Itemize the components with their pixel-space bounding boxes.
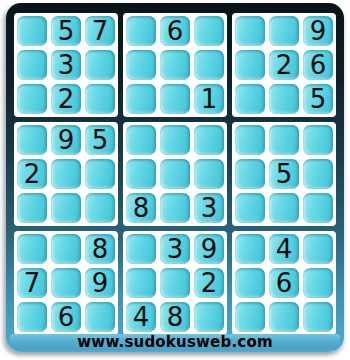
given-digit: 8 <box>133 193 150 223</box>
cell-r2c6[interactable] <box>194 50 224 80</box>
cell-r7c9[interactable] <box>303 234 333 264</box>
cell-r3c2[interactable]: 2 <box>51 84 81 114</box>
cell-r9c6[interactable] <box>194 302 224 332</box>
cell-r7c3[interactable]: 8 <box>85 234 115 264</box>
cell-r9c5[interactable]: 8 <box>160 302 190 332</box>
given-digit: 9 <box>92 268 109 298</box>
cell-r6c7[interactable] <box>235 193 265 223</box>
given-digit: 5 <box>310 84 327 114</box>
cell-r4c7[interactable] <box>235 125 265 155</box>
cell-r9c3[interactable] <box>85 302 115 332</box>
given-digit: 4 <box>276 234 293 264</box>
given-digit: 9 <box>310 16 327 46</box>
cell-r8c7[interactable] <box>235 268 265 298</box>
cell-r3c8[interactable] <box>269 84 299 114</box>
cell-r1c9[interactable]: 9 <box>303 16 333 46</box>
cell-r1c6[interactable] <box>194 16 224 46</box>
given-digit: 5 <box>58 16 75 46</box>
cell-r7c1[interactable] <box>17 234 47 264</box>
cell-r8c5[interactable] <box>160 268 190 298</box>
cell-r1c4[interactable] <box>126 16 156 46</box>
cell-r2c5[interactable] <box>160 50 190 80</box>
given-digit: 4 <box>133 302 150 332</box>
cell-r1c8[interactable] <box>269 16 299 46</box>
given-digit: 2 <box>24 159 41 189</box>
cell-r5c4[interactable] <box>126 159 156 189</box>
given-digit: 8 <box>92 234 109 264</box>
cell-r8c9[interactable] <box>303 268 333 298</box>
cell-r6c1[interactable] <box>17 193 47 223</box>
cell-r8c6[interactable]: 2 <box>194 268 224 298</box>
box-r2c2: 83 <box>123 122 227 226</box>
box-r3c1: 8796 <box>14 231 118 335</box>
cell-r5c3[interactable] <box>85 159 115 189</box>
cell-r9c7[interactable] <box>235 302 265 332</box>
box-r3c2: 39248 <box>123 231 227 335</box>
cell-r7c4[interactable] <box>126 234 156 264</box>
box-r1c2: 61 <box>123 13 227 117</box>
cell-r6c9[interactable] <box>303 193 333 223</box>
cell-r1c5[interactable]: 6 <box>160 16 190 46</box>
cell-r3c1[interactable] <box>17 84 47 114</box>
cell-r7c5[interactable]: 3 <box>160 234 190 264</box>
box-r2c3: 5 <box>232 122 336 226</box>
box-r2c1: 952 <box>14 122 118 226</box>
given-digit: 8 <box>167 302 184 332</box>
cell-r1c3[interactable]: 7 <box>85 16 115 46</box>
cell-r4c2[interactable]: 9 <box>51 125 81 155</box>
cell-r6c2[interactable] <box>51 193 81 223</box>
cell-r3c7[interactable] <box>235 84 265 114</box>
cell-r5c8[interactable]: 5 <box>269 159 299 189</box>
cell-r5c9[interactable] <box>303 159 333 189</box>
given-digit: 6 <box>310 50 327 80</box>
given-digit: 2 <box>276 50 293 80</box>
cell-r4c9[interactable] <box>303 125 333 155</box>
sudoku-grid: 573261926595283587963924846 <box>14 13 336 335</box>
cell-r4c6[interactable] <box>194 125 224 155</box>
given-digit: 6 <box>276 268 293 298</box>
given-digit: 9 <box>201 234 218 264</box>
given-digit: 9 <box>58 125 75 155</box>
cell-r5c6[interactable] <box>194 159 224 189</box>
given-digit: 5 <box>92 125 109 155</box>
cell-r3c6[interactable]: 1 <box>194 84 224 114</box>
given-digit: 7 <box>24 268 41 298</box>
given-digit: 6 <box>167 16 184 46</box>
cell-r2c3[interactable] <box>85 50 115 80</box>
cell-r2c7[interactable] <box>235 50 265 80</box>
given-digit: 5 <box>276 159 293 189</box>
cell-r9c4[interactable]: 4 <box>126 302 156 332</box>
cell-r2c4[interactable] <box>126 50 156 80</box>
cell-r9c8[interactable] <box>269 302 299 332</box>
cell-r5c2[interactable] <box>51 159 81 189</box>
cell-r8c4[interactable] <box>126 268 156 298</box>
cell-r5c1[interactable]: 2 <box>17 159 47 189</box>
cell-r3c9[interactable]: 5 <box>303 84 333 114</box>
cell-r3c5[interactable] <box>160 84 190 114</box>
cell-r4c3[interactable]: 5 <box>85 125 115 155</box>
cell-r1c2[interactable]: 5 <box>51 16 81 46</box>
cell-r5c7[interactable] <box>235 159 265 189</box>
cell-r6c6[interactable]: 3 <box>194 193 224 223</box>
cell-r3c4[interactable] <box>126 84 156 114</box>
box-r1c3: 9265 <box>232 13 336 117</box>
cell-r4c4[interactable] <box>126 125 156 155</box>
given-digit: 3 <box>201 193 218 223</box>
given-digit: 6 <box>58 302 75 332</box>
sudoku-board: 573261926595283587963924846 www.sudokusw… <box>6 3 344 352</box>
cell-r1c1[interactable] <box>17 16 47 46</box>
site-url: www.sudokusweb.com <box>77 333 272 351</box>
cell-r2c2[interactable]: 3 <box>51 50 81 80</box>
cell-r1c7[interactable] <box>235 16 265 46</box>
given-digit: 7 <box>92 16 109 46</box>
cell-r4c8[interactable] <box>269 125 299 155</box>
cell-r7c7[interactable] <box>235 234 265 264</box>
cell-r7c8[interactable]: 4 <box>269 234 299 264</box>
cell-r6c5[interactable] <box>160 193 190 223</box>
cell-r2c8[interactable]: 2 <box>269 50 299 80</box>
cell-r4c1[interactable] <box>17 125 47 155</box>
cell-r8c3[interactable]: 9 <box>85 268 115 298</box>
cell-r2c9[interactable]: 6 <box>303 50 333 80</box>
given-digit: 3 <box>167 234 184 264</box>
cell-r8c1[interactable]: 7 <box>17 268 47 298</box>
cell-r9c2[interactable]: 6 <box>51 302 81 332</box>
cell-r7c2[interactable] <box>51 234 81 264</box>
given-digit: 3 <box>58 50 75 80</box>
cell-r8c8[interactable]: 6 <box>269 268 299 298</box>
cell-r2c1[interactable] <box>17 50 47 80</box>
box-r3c3: 46 <box>232 231 336 335</box>
cell-r9c1[interactable] <box>17 302 47 332</box>
cell-r3c3[interactable] <box>85 84 115 114</box>
cell-r9c9[interactable] <box>303 302 333 332</box>
cell-r8c2[interactable] <box>51 268 81 298</box>
given-digit: 2 <box>58 84 75 114</box>
given-digit: 1 <box>201 84 218 114</box>
cell-r6c4[interactable]: 8 <box>126 193 156 223</box>
cell-r4c5[interactable] <box>160 125 190 155</box>
given-digit: 2 <box>201 268 218 298</box>
footer-band: www.sudokusweb.com <box>10 334 340 350</box>
cell-r7c6[interactable]: 9 <box>194 234 224 264</box>
box-r1c1: 5732 <box>14 13 118 117</box>
cell-r6c8[interactable] <box>269 193 299 223</box>
cell-r5c5[interactable] <box>160 159 190 189</box>
cell-r6c3[interactable] <box>85 193 115 223</box>
